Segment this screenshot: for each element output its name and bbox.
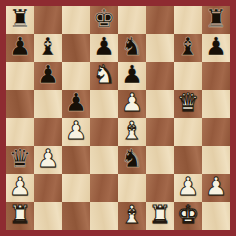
square-g8[interactable] [174, 6, 202, 34]
piece-black-bishop[interactable]: ♝ [177, 33, 199, 61]
square-h5[interactable] [202, 90, 230, 118]
square-d1[interactable] [90, 202, 118, 230]
square-h1[interactable] [202, 202, 230, 230]
square-d8[interactable]: ♚ [90, 6, 118, 34]
square-a3[interactable]: ♛ [6, 146, 34, 174]
square-f8[interactable] [146, 6, 174, 34]
square-b1[interactable] [34, 202, 62, 230]
square-f6[interactable] [146, 62, 174, 90]
square-d3[interactable] [90, 146, 118, 174]
square-a6[interactable] [6, 62, 34, 90]
chess-board: ♜♚♜♟♝♟♞♝♟♟♞♟♟♟♛♟♝♛♟♞♟♟♟♜♝♜♚ [6, 6, 230, 230]
square-f4[interactable] [146, 118, 174, 146]
piece-white-rook[interactable]: ♜ [149, 201, 171, 229]
square-e5[interactable]: ♟ [118, 90, 146, 118]
square-b8[interactable] [34, 6, 62, 34]
square-a4[interactable] [6, 118, 34, 146]
square-f7[interactable] [146, 34, 174, 62]
square-c3[interactable] [62, 146, 90, 174]
piece-white-bishop[interactable]: ♝ [121, 117, 143, 145]
piece-black-king[interactable]: ♚ [93, 5, 115, 33]
square-b4[interactable] [34, 118, 62, 146]
square-g6[interactable] [174, 62, 202, 90]
square-c4[interactable]: ♟ [62, 118, 90, 146]
piece-white-rook[interactable]: ♜ [9, 201, 31, 229]
square-c5[interactable]: ♟ [62, 90, 90, 118]
square-g3[interactable] [174, 146, 202, 174]
piece-white-pawn[interactable]: ♟ [177, 173, 199, 201]
square-a7[interactable]: ♟ [6, 34, 34, 62]
square-e4[interactable]: ♝ [118, 118, 146, 146]
square-d4[interactable] [90, 118, 118, 146]
square-c2[interactable] [62, 174, 90, 202]
square-c7[interactable] [62, 34, 90, 62]
piece-black-pawn[interactable]: ♟ [9, 33, 31, 61]
square-h3[interactable] [202, 146, 230, 174]
square-e6[interactable]: ♟ [118, 62, 146, 90]
piece-white-pawn[interactable]: ♟ [65, 117, 87, 145]
square-b2[interactable] [34, 174, 62, 202]
square-a5[interactable] [6, 90, 34, 118]
piece-black-pawn[interactable]: ♟ [205, 33, 227, 61]
square-f2[interactable] [146, 174, 174, 202]
square-f1[interactable]: ♜ [146, 202, 174, 230]
square-e2[interactable] [118, 174, 146, 202]
square-c8[interactable] [62, 6, 90, 34]
piece-black-pawn[interactable]: ♟ [37, 61, 59, 89]
square-b7[interactable]: ♝ [34, 34, 62, 62]
piece-black-pawn[interactable]: ♟ [121, 61, 143, 89]
square-a2[interactable]: ♟ [6, 174, 34, 202]
square-e7[interactable]: ♞ [118, 34, 146, 62]
piece-black-pawn[interactable]: ♟ [65, 89, 87, 117]
square-f5[interactable] [146, 90, 174, 118]
piece-black-pawn[interactable]: ♟ [93, 33, 115, 61]
square-e3[interactable]: ♞ [118, 146, 146, 174]
piece-white-pawn[interactable]: ♟ [205, 173, 227, 201]
square-d2[interactable] [90, 174, 118, 202]
square-a8[interactable]: ♜ [6, 6, 34, 34]
piece-black-rook[interactable]: ♜ [205, 5, 227, 33]
piece-white-pawn[interactable]: ♟ [121, 89, 143, 117]
piece-white-queen[interactable]: ♛ [177, 89, 199, 117]
square-b6[interactable]: ♟ [34, 62, 62, 90]
square-b5[interactable] [34, 90, 62, 118]
square-e8[interactable] [118, 6, 146, 34]
square-b3[interactable]: ♟ [34, 146, 62, 174]
square-g2[interactable]: ♟ [174, 174, 202, 202]
piece-black-queen[interactable]: ♛ [9, 145, 31, 173]
piece-white-pawn[interactable]: ♟ [37, 145, 59, 173]
square-d5[interactable] [90, 90, 118, 118]
piece-black-bishop[interactable]: ♝ [37, 33, 59, 61]
piece-white-king[interactable]: ♚ [177, 201, 199, 229]
square-h6[interactable] [202, 62, 230, 90]
square-c6[interactable] [62, 62, 90, 90]
piece-white-knight[interactable]: ♞ [93, 61, 115, 89]
square-g4[interactable] [174, 118, 202, 146]
piece-black-knight[interactable]: ♞ [121, 33, 143, 61]
square-h4[interactable] [202, 118, 230, 146]
square-a1[interactable]: ♜ [6, 202, 34, 230]
piece-black-rook[interactable]: ♜ [9, 5, 31, 33]
square-e1[interactable]: ♝ [118, 202, 146, 230]
piece-black-knight[interactable]: ♞ [121, 145, 143, 173]
square-g1[interactable]: ♚ [174, 202, 202, 230]
square-h2[interactable]: ♟ [202, 174, 230, 202]
piece-white-pawn[interactable]: ♟ [9, 173, 31, 201]
square-g7[interactable]: ♝ [174, 34, 202, 62]
square-d6[interactable]: ♞ [90, 62, 118, 90]
square-c1[interactable] [62, 202, 90, 230]
piece-white-bishop[interactable]: ♝ [121, 201, 143, 229]
board-frame: ♜♚♜♟♝♟♞♝♟♟♞♟♟♟♛♟♝♛♟♞♟♟♟♜♝♜♚ [0, 0, 236, 236]
square-f3[interactable] [146, 146, 174, 174]
square-d7[interactable]: ♟ [90, 34, 118, 62]
square-h7[interactable]: ♟ [202, 34, 230, 62]
square-g5[interactable]: ♛ [174, 90, 202, 118]
square-h8[interactable]: ♜ [202, 6, 230, 34]
